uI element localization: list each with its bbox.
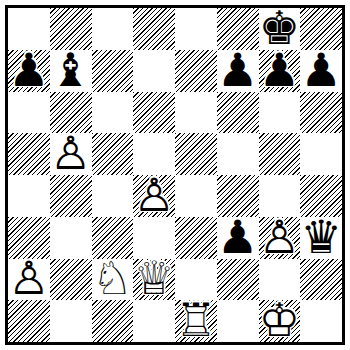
square-d7[interactable] [133,50,175,92]
white-rook-icon: ♖ [175,297,216,343]
square-d8[interactable] [133,8,175,50]
square-h5[interactable] [300,133,342,175]
square-d4[interactable]: ♟♙ [133,175,175,217]
square-f8[interactable] [217,8,259,50]
square-f5[interactable] [217,133,259,175]
square-a7[interactable]: ♟♟ [8,50,50,92]
square-e4[interactable] [175,175,217,217]
square-g3[interactable]: ♟♙ [259,217,301,259]
white-pawn-icon: ♙ [8,255,49,301]
square-c6[interactable] [92,92,134,134]
square-h4[interactable] [300,175,342,217]
chess-diagram: ♚♚♟♟♝♝♟♟♟♟♟♟♟♙♟♙♟♟♟♙♛♛♟♙♞♘♛♕♜♖♚♔ [0,0,350,350]
square-g5[interactable] [259,133,301,175]
square-f7[interactable]: ♟♟ [217,50,259,92]
white-rook-halo: ♜ [175,297,216,343]
square-b8[interactable] [50,8,92,50]
square-h2[interactable] [300,259,342,301]
black-pawn-icon: ♟ [217,46,258,92]
square-c2[interactable]: ♞♘ [92,259,134,301]
square-h1[interactable] [300,300,342,342]
square-h6[interactable] [300,92,342,134]
square-e5[interactable] [175,133,217,175]
square-g1[interactable]: ♚♔ [259,300,301,342]
square-c1[interactable] [92,300,134,342]
square-c7[interactable] [92,50,134,92]
square-c5[interactable] [92,133,134,175]
white-pawn-halo: ♟ [259,213,300,259]
white-queen-icon: ♕ [134,255,175,301]
white-queen-halo: ♛ [134,255,175,301]
square-a6[interactable] [8,92,50,134]
square-c3[interactable] [92,217,134,259]
white-knight-halo: ♞ [92,255,133,301]
white-pawn-halo: ♟ [134,171,175,217]
square-e6[interactable] [175,92,217,134]
square-f4[interactable] [217,175,259,217]
white-pawn-halo: ♟ [8,255,49,301]
square-d6[interactable] [133,92,175,134]
square-e7[interactable] [175,50,217,92]
black-pawn-halo: ♟ [301,46,342,92]
square-g4[interactable] [259,175,301,217]
square-d5[interactable] [133,133,175,175]
square-e1[interactable]: ♜♖ [175,300,217,342]
square-g8[interactable]: ♚♚ [259,8,301,50]
black-pawn-icon: ♟ [259,46,300,92]
square-f2[interactable] [217,259,259,301]
black-queen-halo: ♛ [301,213,342,259]
square-a8[interactable] [8,8,50,50]
square-e3[interactable] [175,217,217,259]
square-a4[interactable] [8,175,50,217]
square-f3[interactable]: ♟♟ [217,217,259,259]
black-pawn-icon: ♟ [301,46,342,92]
square-g6[interactable] [259,92,301,134]
black-pawn-icon: ♟ [217,213,258,259]
square-b1[interactable] [50,300,92,342]
white-knight-icon: ♘ [92,255,133,301]
square-g7[interactable]: ♟♟ [259,50,301,92]
square-d1[interactable] [133,300,175,342]
square-g2[interactable] [259,259,301,301]
square-a2[interactable]: ♟♙ [8,259,50,301]
white-king-icon: ♔ [259,297,300,343]
black-pawn-halo: ♟ [259,46,300,92]
square-a3[interactable] [8,217,50,259]
square-b2[interactable] [50,259,92,301]
black-king-icon: ♚ [259,4,300,50]
square-f1[interactable] [217,300,259,342]
square-b7[interactable]: ♝♝ [50,50,92,92]
square-b5[interactable]: ♟♙ [50,133,92,175]
black-bishop-halo: ♝ [50,46,91,92]
square-f6[interactable] [217,92,259,134]
black-pawn-icon: ♟ [8,46,49,92]
white-pawn-halo: ♟ [50,130,91,176]
square-b6[interactable] [50,92,92,134]
square-b3[interactable] [50,217,92,259]
square-c4[interactable] [92,175,134,217]
square-h7[interactable]: ♟♟ [300,50,342,92]
white-pawn-icon: ♙ [134,171,175,217]
white-pawn-icon: ♙ [259,213,300,259]
white-king-halo: ♚ [259,297,300,343]
square-d3[interactable] [133,217,175,259]
square-d2[interactable]: ♛♕ [133,259,175,301]
white-pawn-icon: ♙ [50,130,91,176]
black-pawn-halo: ♟ [217,46,258,92]
square-a5[interactable] [8,133,50,175]
board-frame: ♚♚♟♟♝♝♟♟♟♟♟♟♟♙♟♙♟♟♟♙♛♛♟♙♞♘♛♕♜♖♚♔ [5,5,345,345]
square-e8[interactable] [175,8,217,50]
square-b4[interactable] [50,175,92,217]
square-e2[interactable] [175,259,217,301]
black-queen-icon: ♛ [301,213,342,259]
black-bishop-icon: ♝ [50,46,91,92]
square-c8[interactable] [92,8,134,50]
square-h8[interactable] [300,8,342,50]
square-h3[interactable]: ♛♛ [300,217,342,259]
black-pawn-halo: ♟ [8,46,49,92]
square-a1[interactable] [8,300,50,342]
black-king-halo: ♚ [259,4,300,50]
black-pawn-halo: ♟ [217,213,258,259]
chess-board: ♚♚♟♟♝♝♟♟♟♟♟♟♟♙♟♙♟♟♟♙♛♛♟♙♞♘♛♕♜♖♚♔ [8,8,342,342]
